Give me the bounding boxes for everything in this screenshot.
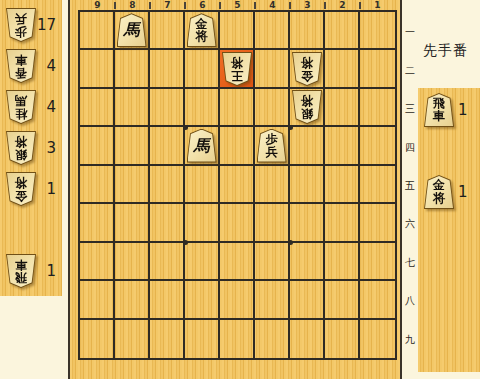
koma-kanji: 歩 [15, 25, 27, 38]
koma-kanji: 将 [231, 56, 243, 69]
rank-label-4: 四 [402, 141, 418, 155]
square-6g[interactable] [185, 243, 220, 281]
square-6e[interactable] [185, 166, 220, 204]
gote-captured-tray: 歩兵17香車4桂馬4銀将3金将1飛車1 [0, 0, 62, 296]
square-5e[interactable] [220, 166, 255, 204]
koma-kanji: 飛 [15, 271, 27, 284]
square-9e[interactable] [80, 166, 115, 204]
square-5d[interactable] [220, 127, 255, 165]
file-tick [254, 2, 256, 9]
gote-hand-lance: 香車4 [0, 49, 62, 87]
hoshi-dot [288, 125, 293, 130]
square-1f[interactable] [360, 204, 395, 242]
square-1a[interactable] [360, 12, 395, 50]
square-6c[interactable] [185, 89, 220, 127]
square-5a[interactable] [220, 12, 255, 50]
square-5h[interactable] [220, 281, 255, 319]
file-tick [114, 2, 116, 9]
square-4f[interactable] [255, 204, 290, 242]
square-4a[interactable] [255, 12, 290, 50]
rank-label-2: 二 [402, 64, 418, 78]
koma-promoted-bishop-8a[interactable]: 馬 [117, 13, 147, 47]
koma-kanji: 将 [301, 56, 313, 69]
square-8b[interactable] [115, 50, 150, 88]
gote-hand-gold-count: 1 [32, 180, 56, 198]
koma-kanji: 兵 [266, 146, 278, 159]
square-6b[interactable] [185, 50, 220, 88]
square-1g[interactable] [360, 243, 395, 281]
square-5i[interactable] [220, 320, 255, 358]
square-9b[interactable] [80, 50, 115, 88]
koma-kanji: 将 [433, 192, 445, 205]
rank-label-1: 一 [402, 25, 418, 39]
koma-kanji: 馬 [15, 94, 27, 107]
square-3f[interactable] [290, 204, 325, 242]
gote-hand-gold: 金将1 [0, 172, 62, 210]
square-8d[interactable] [115, 127, 150, 165]
square-9g[interactable] [80, 243, 115, 281]
koma-kanji: 銀 [15, 148, 27, 161]
shogi-board-panel: 987654321 馬金将王将金将銀将馬歩兵 [68, 0, 402, 379]
square-1d[interactable] [360, 127, 395, 165]
square-5g[interactable] [220, 243, 255, 281]
koma-promoted-bishop-6d[interactable]: 馬 [187, 129, 217, 163]
square-4c[interactable] [255, 89, 290, 127]
square-1i[interactable] [360, 320, 395, 358]
shogi-app: { "game": "shogi", "diagram_kind": "tsum… [0, 0, 480, 379]
koma-kanji: 車 [433, 110, 445, 123]
gote-hand-knight-count: 4 [32, 98, 56, 116]
koma-kanji: 銀 [301, 107, 313, 120]
square-7c[interactable] [150, 89, 185, 127]
square-7g[interactable] [150, 243, 185, 281]
square-3e[interactable] [290, 166, 325, 204]
square-2d[interactable] [325, 127, 360, 165]
rank-label-9: 九 [402, 333, 418, 347]
rank-label-3: 三 [402, 102, 418, 116]
gote-hand-knight: 桂馬4 [0, 90, 62, 128]
koma-kanji: 香 [15, 66, 27, 79]
square-2g[interactable] [325, 243, 360, 281]
board-grid: 馬金将王将金将銀将馬歩兵 [78, 10, 397, 360]
sente-hand-gold: 金将1 [418, 175, 480, 213]
square-8c[interactable] [115, 89, 150, 127]
gote-hand-pawn: 歩兵17 [0, 8, 62, 46]
gote-hand-rook: 飛車1 [0, 254, 62, 292]
koma-kanji: 将 [196, 30, 208, 43]
koma-rook-hand[interactable]: 飛車 [424, 93, 454, 127]
square-2f[interactable] [325, 204, 360, 242]
square-3d[interactable] [290, 127, 325, 165]
rank-labels: 一二三四五六七八九 [402, 0, 418, 379]
square-4i[interactable] [255, 320, 290, 358]
koma-kanji: 車 [15, 258, 27, 271]
koma-kanji: 将 [15, 176, 27, 189]
square-9c[interactable] [80, 89, 115, 127]
square-2a[interactable] [325, 12, 360, 50]
turn-indicator: 先手番 [423, 42, 479, 60]
square-7h[interactable] [150, 281, 185, 319]
square-9h[interactable] [80, 281, 115, 319]
hoshi-dot [183, 240, 188, 245]
square-1e[interactable] [360, 166, 395, 204]
square-2b[interactable] [325, 50, 360, 88]
square-8f[interactable] [115, 204, 150, 242]
square-1c[interactable] [360, 89, 395, 127]
koma-kanji: 兵 [15, 12, 27, 25]
koma-kanji: 王 [231, 69, 243, 82]
file-tick [149, 2, 151, 9]
square-9a[interactable] [80, 12, 115, 50]
square-3a[interactable] [290, 12, 325, 50]
square-7d[interactable] [150, 127, 185, 165]
gote-hand-rook-count: 1 [32, 262, 56, 280]
square-5f[interactable] [220, 204, 255, 242]
square-2e[interactable] [325, 166, 360, 204]
koma-kanji: 将 [15, 135, 27, 148]
square-3i[interactable] [290, 320, 325, 358]
square-8g[interactable] [115, 243, 150, 281]
square-7b[interactable] [150, 50, 185, 88]
square-7i[interactable] [150, 320, 185, 358]
square-1h[interactable] [360, 281, 395, 319]
rank-label-8: 八 [402, 294, 418, 308]
sente-hand-rook-count: 1 [458, 101, 478, 119]
koma-gold-hand[interactable]: 金将 [424, 175, 454, 209]
square-2c[interactable] [325, 89, 360, 127]
koma-kanji: 歩 [266, 133, 278, 146]
file-tick [359, 2, 361, 9]
file-tick [184, 2, 186, 9]
koma-silver-3c[interactable]: 銀将 [292, 90, 322, 124]
square-9f[interactable] [80, 204, 115, 242]
koma-kanji: 馬 [194, 138, 210, 154]
koma-kanji: 車 [15, 53, 27, 66]
square-9i[interactable] [80, 320, 115, 358]
square-2h[interactable] [325, 281, 360, 319]
koma-kanji: 金 [15, 189, 27, 202]
koma-king-5b[interactable]: 王将 [222, 52, 252, 86]
square-3h[interactable] [290, 281, 325, 319]
square-2i[interactable] [325, 320, 360, 358]
gote-hand-silver: 銀将3 [0, 131, 62, 169]
koma-kanji: 桂 [15, 107, 27, 120]
square-4g[interactable] [255, 243, 290, 281]
square-4e[interactable] [255, 166, 290, 204]
square-7a[interactable] [150, 12, 185, 50]
square-7e[interactable] [150, 166, 185, 204]
square-9d[interactable] [80, 127, 115, 165]
koma-kanji: 将 [301, 95, 313, 108]
square-5c[interactable] [220, 89, 255, 127]
hoshi-dot [288, 240, 293, 245]
file-tick [324, 2, 326, 9]
gote-hand-pawn-count: 17 [32, 16, 56, 34]
square-1b[interactable] [360, 50, 395, 88]
rank-label-7: 七 [402, 256, 418, 270]
gote-hand-lance-count: 4 [32, 57, 56, 75]
square-6i[interactable] [185, 320, 220, 358]
koma-gold-3b[interactable]: 金将 [292, 52, 322, 86]
sente-captured-tray: 飛車1金将1 [418, 88, 480, 372]
square-8i[interactable] [115, 320, 150, 358]
koma-pawn-4d[interactable]: 歩兵 [257, 129, 287, 163]
square-4b[interactable] [255, 50, 290, 88]
square-4h[interactable] [255, 281, 290, 319]
square-6f[interactable] [185, 204, 220, 242]
file-tick [289, 2, 291, 9]
koma-kanji: 金 [301, 69, 313, 82]
square-6h[interactable] [185, 281, 220, 319]
file-tick [219, 2, 221, 9]
gote-hand-silver-count: 3 [32, 139, 56, 157]
sente-hand-rook: 飛車1 [418, 93, 480, 131]
rank-label-6: 六 [402, 217, 418, 231]
koma-gold-6a[interactable]: 金将 [187, 13, 217, 47]
rank-label-5: 五 [402, 179, 418, 193]
square-3g[interactable] [290, 243, 325, 281]
koma-kanji: 馬 [124, 22, 140, 38]
square-8e[interactable] [115, 166, 150, 204]
sente-hand-gold-count: 1 [458, 183, 478, 201]
square-7f[interactable] [150, 204, 185, 242]
square-8h[interactable] [115, 281, 150, 319]
